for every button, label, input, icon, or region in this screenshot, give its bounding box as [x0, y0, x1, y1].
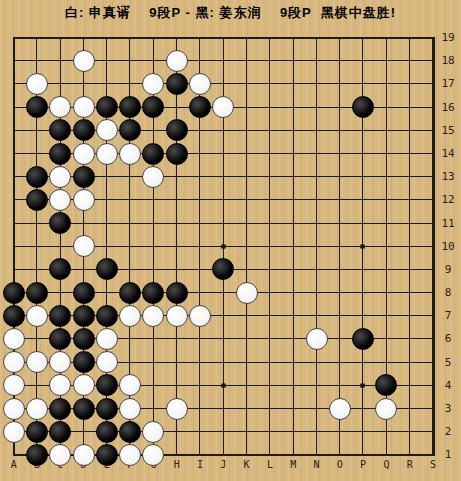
board-cell — [49, 420, 72, 443]
board-cell — [95, 212, 118, 235]
board-cell — [165, 119, 188, 142]
board-cell — [375, 351, 398, 374]
board-cell — [142, 188, 165, 211]
board-cell — [188, 420, 211, 443]
board-cell — [398, 281, 421, 304]
board-cell — [282, 304, 305, 327]
board-cell — [282, 351, 305, 374]
white-stone — [119, 143, 141, 165]
board-cell — [305, 351, 328, 374]
board-cell — [305, 212, 328, 235]
board-cell — [258, 235, 281, 258]
board-cell — [305, 165, 328, 188]
board-cell — [351, 327, 374, 350]
board-cell — [351, 212, 374, 235]
board-cell — [235, 188, 258, 211]
black-stone — [26, 166, 48, 188]
row-label: 1 — [436, 443, 460, 466]
white-stone — [3, 421, 25, 443]
board-cell — [25, 304, 48, 327]
black-stone — [352, 328, 374, 350]
row-label: 5 — [436, 351, 460, 374]
board-cell — [118, 327, 141, 350]
board-cell — [2, 304, 25, 327]
board-cell — [328, 119, 351, 142]
white-stone — [236, 282, 258, 304]
board-cell — [165, 235, 188, 258]
board-cell — [142, 235, 165, 258]
board-cell — [165, 165, 188, 188]
white-stone — [73, 444, 95, 466]
black-stone — [119, 282, 141, 304]
board-cell — [375, 235, 398, 258]
row-label: 6 — [436, 327, 460, 350]
board-cell — [351, 304, 374, 327]
board-cell — [375, 327, 398, 350]
board-cell — [142, 351, 165, 374]
board-cell — [2, 327, 25, 350]
board-cell — [258, 72, 281, 95]
board-cell — [142, 212, 165, 235]
column-label: R — [398, 459, 421, 470]
board-cell — [2, 212, 25, 235]
white-stone — [142, 444, 164, 466]
black-stone — [166, 119, 188, 141]
board-cell — [2, 26, 25, 49]
board-cell — [188, 304, 211, 327]
board-cell — [188, 351, 211, 374]
board-cell — [72, 420, 95, 443]
white-stone — [142, 305, 164, 327]
board-cell — [212, 351, 235, 374]
black-stone — [96, 444, 118, 466]
board-cell — [2, 351, 25, 374]
board-cell — [235, 351, 258, 374]
black-stone — [73, 282, 95, 304]
board-cell — [188, 49, 211, 72]
black-stone — [49, 119, 71, 141]
board-cell — [282, 374, 305, 397]
black-stone — [96, 398, 118, 420]
board-cell — [25, 327, 48, 350]
board-cell — [72, 397, 95, 420]
board-cell — [72, 374, 95, 397]
board-cell — [375, 49, 398, 72]
row-label: 15 — [436, 119, 460, 142]
board-cell — [118, 420, 141, 443]
board-cell — [305, 49, 328, 72]
board-cell — [188, 281, 211, 304]
black-stone — [3, 282, 25, 304]
board-cell — [258, 142, 281, 165]
black-stone — [119, 96, 141, 118]
board-cell — [165, 72, 188, 95]
board-cell — [351, 188, 374, 211]
board-cell — [351, 351, 374, 374]
white-stone — [49, 444, 71, 466]
board-cell — [235, 420, 258, 443]
board-cell — [25, 26, 48, 49]
row-label: 4 — [436, 374, 460, 397]
board-cell — [2, 72, 25, 95]
black-stone — [26, 444, 48, 466]
board-cell — [25, 165, 48, 188]
board-cell — [328, 72, 351, 95]
board-cell — [165, 49, 188, 72]
board-cell — [328, 212, 351, 235]
board-cell — [2, 142, 25, 165]
board-cell — [375, 72, 398, 95]
board-cell — [212, 26, 235, 49]
black-stone — [96, 374, 118, 396]
row-label: 16 — [436, 96, 460, 119]
board-cell — [95, 165, 118, 188]
board-cell — [142, 49, 165, 72]
board-cell — [398, 26, 421, 49]
board-cell — [118, 397, 141, 420]
board-cell — [118, 72, 141, 95]
white-stone — [26, 351, 48, 373]
board-cell — [282, 397, 305, 420]
board-cell — [25, 142, 48, 165]
white-stone — [119, 305, 141, 327]
board-cell — [142, 420, 165, 443]
board-cell — [142, 374, 165, 397]
board-cell — [258, 119, 281, 142]
board-cell — [2, 397, 25, 420]
board-cell — [328, 304, 351, 327]
board-cell — [351, 119, 374, 142]
board-cell — [258, 26, 281, 49]
board-cell — [398, 327, 421, 350]
white-stone — [49, 166, 71, 188]
board-cell — [49, 142, 72, 165]
board-cell — [258, 281, 281, 304]
board-cell — [398, 235, 421, 258]
board-cell — [375, 212, 398, 235]
board-cell — [375, 142, 398, 165]
white-stone — [26, 398, 48, 420]
white-stone — [119, 374, 141, 396]
board-cell — [165, 397, 188, 420]
column-label: O — [328, 459, 351, 470]
board-cell — [95, 281, 118, 304]
board-cell — [95, 49, 118, 72]
board-cell — [258, 304, 281, 327]
black-stone — [73, 398, 95, 420]
white-stone — [142, 166, 164, 188]
board-cell — [258, 397, 281, 420]
white-stone — [49, 189, 71, 211]
board-cell — [305, 119, 328, 142]
board-cell — [328, 374, 351, 397]
board-cell — [305, 142, 328, 165]
board-cell — [165, 281, 188, 304]
white-stone — [142, 73, 164, 95]
board-cell — [398, 142, 421, 165]
board-cell — [212, 327, 235, 350]
board-cell — [95, 26, 118, 49]
board-cell — [2, 258, 25, 281]
board-cell — [398, 96, 421, 119]
board-cell — [188, 374, 211, 397]
board-cell — [142, 281, 165, 304]
column-label: A — [2, 459, 25, 470]
board-cell — [72, 351, 95, 374]
board-cell — [165, 26, 188, 49]
black-stone — [142, 96, 164, 118]
black-stone — [96, 258, 118, 280]
board-cell — [2, 165, 25, 188]
board-cell — [25, 72, 48, 95]
board-cell — [328, 188, 351, 211]
white-stone — [3, 351, 25, 373]
board-cell — [235, 119, 258, 142]
board-cell — [258, 165, 281, 188]
black-stone — [49, 398, 71, 420]
board-cell — [25, 374, 48, 397]
board-cell — [49, 397, 72, 420]
board-cell — [165, 142, 188, 165]
white-stone — [189, 305, 211, 327]
white-stone — [73, 235, 95, 257]
board-cell — [25, 188, 48, 211]
board-cell — [95, 304, 118, 327]
board-cell — [305, 374, 328, 397]
black-stone — [49, 143, 71, 165]
board-cell — [25, 258, 48, 281]
board-cell — [235, 165, 258, 188]
board-cell — [95, 397, 118, 420]
board-cell — [142, 72, 165, 95]
board-cell — [72, 165, 95, 188]
board-cell — [398, 374, 421, 397]
board-cell — [25, 351, 48, 374]
white-stone — [73, 374, 95, 396]
board-cell — [235, 281, 258, 304]
white-stone — [49, 96, 71, 118]
board-cell — [212, 212, 235, 235]
board-cell — [72, 49, 95, 72]
board-cell — [142, 258, 165, 281]
board-cell — [49, 119, 72, 142]
black-stone — [3, 305, 25, 327]
board-cell — [2, 281, 25, 304]
board-cell — [305, 304, 328, 327]
board-cell — [118, 165, 141, 188]
black-stone — [119, 421, 141, 443]
board-cell — [305, 188, 328, 211]
board-cell — [351, 96, 374, 119]
board-cell — [165, 212, 188, 235]
white-stone — [96, 328, 118, 350]
board-cell — [375, 26, 398, 49]
board-cell — [165, 327, 188, 350]
column-label: Q — [375, 459, 398, 470]
board-cell — [72, 26, 95, 49]
board-cell — [258, 212, 281, 235]
board-cell — [72, 258, 95, 281]
board-cell — [25, 235, 48, 258]
board-cell — [398, 420, 421, 443]
board-cell — [95, 72, 118, 95]
board-cell — [95, 258, 118, 281]
white-stone — [166, 398, 188, 420]
board-cell — [375, 281, 398, 304]
board-cell — [188, 119, 211, 142]
board-cell — [258, 420, 281, 443]
board-cell — [305, 235, 328, 258]
board-cell — [2, 420, 25, 443]
board-cell — [212, 281, 235, 304]
board-cell — [282, 212, 305, 235]
board-cell — [398, 397, 421, 420]
board-cell — [351, 72, 374, 95]
row-label: 17 — [436, 72, 460, 95]
board-cell — [212, 374, 235, 397]
white-stone — [3, 398, 25, 420]
board-cell — [118, 351, 141, 374]
board-cell — [351, 49, 374, 72]
board-cell — [72, 281, 95, 304]
board-cell — [142, 397, 165, 420]
white-stone — [73, 189, 95, 211]
board-cell — [118, 304, 141, 327]
board-cell — [142, 26, 165, 49]
white-stone — [142, 421, 164, 443]
black-stone — [96, 421, 118, 443]
board-cell — [118, 26, 141, 49]
white-stone — [119, 398, 141, 420]
board-cell — [398, 165, 421, 188]
board-cell — [118, 212, 141, 235]
board-cell — [282, 258, 305, 281]
black-stone — [49, 212, 71, 234]
board-cell — [118, 142, 141, 165]
column-label: M — [282, 459, 305, 470]
board-cell — [49, 212, 72, 235]
board-cell — [212, 96, 235, 119]
black-stone — [26, 189, 48, 211]
board-cell — [351, 374, 374, 397]
board-cell — [282, 420, 305, 443]
board-cell — [235, 374, 258, 397]
board-cell — [25, 212, 48, 235]
board-cell — [165, 420, 188, 443]
white-stone — [49, 374, 71, 396]
black-stone — [96, 305, 118, 327]
board-cell — [235, 304, 258, 327]
column-label: K — [235, 459, 258, 470]
black-stone — [73, 351, 95, 373]
black-stone — [166, 282, 188, 304]
board-cell — [398, 188, 421, 211]
board-cell — [375, 374, 398, 397]
board-cell — [49, 351, 72, 374]
board-cell — [165, 351, 188, 374]
board-cell — [282, 26, 305, 49]
board-cell — [72, 72, 95, 95]
board-cell — [2, 49, 25, 72]
star-point — [360, 383, 365, 388]
board-cell — [351, 165, 374, 188]
board-cell — [25, 96, 48, 119]
board-cell — [305, 327, 328, 350]
row-label: 3 — [436, 397, 460, 420]
board-cell — [72, 119, 95, 142]
black-stone — [49, 258, 71, 280]
board-cell — [212, 142, 235, 165]
board-cell — [49, 374, 72, 397]
white-stone — [189, 73, 211, 95]
board-cell — [49, 327, 72, 350]
row-labels: 19181716151413121110987654321 — [436, 26, 460, 467]
board-cell — [72, 304, 95, 327]
black-stone — [166, 143, 188, 165]
board-cell — [72, 142, 95, 165]
white-stone — [375, 398, 397, 420]
board-cell — [258, 374, 281, 397]
board-cell — [188, 165, 211, 188]
row-label: 14 — [436, 142, 460, 165]
board-cell — [118, 119, 141, 142]
board-cell — [398, 212, 421, 235]
board-cell — [118, 258, 141, 281]
black-stone — [142, 143, 164, 165]
row-label: 13 — [436, 165, 460, 188]
board-cell — [305, 258, 328, 281]
black-stone — [142, 282, 164, 304]
star-point — [360, 244, 365, 249]
board-cell — [188, 397, 211, 420]
board-cell — [328, 397, 351, 420]
board-cell — [398, 49, 421, 72]
board-cell — [328, 96, 351, 119]
board-cell — [351, 26, 374, 49]
star-point — [221, 244, 226, 249]
board-cell — [142, 142, 165, 165]
board-cell — [305, 420, 328, 443]
board-cell — [212, 420, 235, 443]
board-cell — [188, 258, 211, 281]
board-cell — [258, 258, 281, 281]
board-cell — [398, 72, 421, 95]
board-cell — [375, 119, 398, 142]
board-cell — [328, 49, 351, 72]
board-cell — [351, 397, 374, 420]
board-cell — [282, 281, 305, 304]
board-cell — [72, 96, 95, 119]
row-label: 12 — [436, 188, 460, 211]
board-cell — [235, 49, 258, 72]
board-cell — [2, 96, 25, 119]
board-cell — [212, 49, 235, 72]
board-cell — [351, 281, 374, 304]
board-cell — [398, 351, 421, 374]
row-label: 2 — [436, 420, 460, 443]
board-cell — [351, 258, 374, 281]
white-stone — [166, 50, 188, 72]
board-cell — [305, 26, 328, 49]
board-cell — [351, 420, 374, 443]
board-cell — [328, 351, 351, 374]
board-cell — [282, 142, 305, 165]
board-cell — [282, 72, 305, 95]
black-stone — [166, 73, 188, 95]
board-cell — [328, 165, 351, 188]
board-cell — [328, 235, 351, 258]
board-cell — [305, 72, 328, 95]
